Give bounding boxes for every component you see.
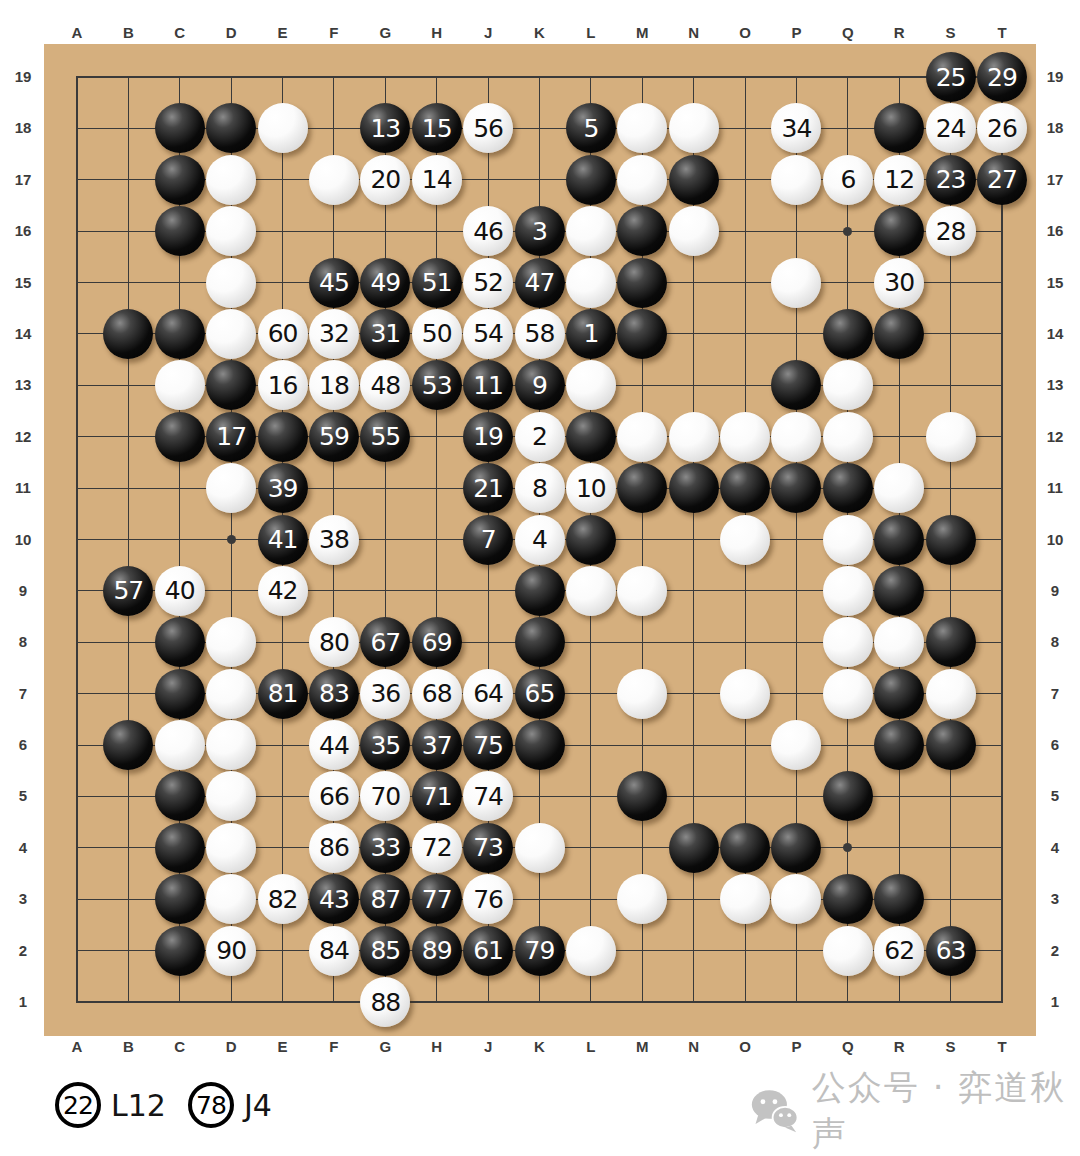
stone-G6: 35 [360, 720, 410, 770]
col-label-top-A: A [60, 24, 94, 42]
stone-K14: 58 [515, 309, 565, 359]
stone-O4 [720, 823, 770, 873]
move-number: 30 [884, 270, 914, 295]
stone-T17: 27 [977, 155, 1027, 205]
stone-O3 [720, 874, 770, 924]
stone-S17: 23 [926, 155, 976, 205]
stone-P18: 34 [771, 103, 821, 153]
move-number: 52 [473, 270, 503, 295]
stone-H15: 51 [412, 258, 462, 308]
stone-P15 [771, 258, 821, 308]
move-number: 71 [422, 784, 452, 809]
stone-D4 [206, 823, 256, 873]
move-number: 79 [525, 938, 555, 963]
stone-M5 [617, 771, 667, 821]
stone-M15 [617, 258, 667, 308]
row-label-right-12: 12 [1038, 428, 1072, 446]
row-label-right-11: 11 [1038, 479, 1072, 497]
stone-G1: 88 [360, 977, 410, 1027]
stone-P12 [771, 412, 821, 462]
move-number: 5 [583, 116, 598, 141]
move-number: 20 [370, 167, 400, 192]
col-label-bottom-N: N [677, 1038, 711, 1056]
move-number: 86 [319, 835, 349, 860]
col-label-bottom-F: F [317, 1038, 351, 1056]
stone-S12 [926, 412, 976, 462]
move-number: 3 [532, 219, 547, 244]
stone-H13: 53 [412, 360, 462, 410]
row-label-right-16: 16 [1038, 222, 1072, 240]
stone-M7 [617, 669, 667, 719]
stone-H3: 77 [412, 874, 462, 924]
row-label-left-7: 7 [6, 685, 40, 703]
stone-H14: 50 [412, 309, 462, 359]
stone-K10: 4 [515, 515, 565, 565]
col-label-top-O: O [728, 24, 762, 42]
move-number: 13 [370, 116, 400, 141]
col-label-bottom-D: D [214, 1038, 248, 1056]
stone-L2 [566, 926, 616, 976]
row-label-right-19: 19 [1038, 68, 1072, 86]
stone-S6 [926, 720, 976, 770]
stone-J5: 74 [463, 771, 513, 821]
stone-L10 [566, 515, 616, 565]
stone-C2 [155, 926, 205, 976]
move-number: 55 [370, 424, 400, 449]
move-number: 80 [319, 630, 349, 655]
move-number: 73 [473, 835, 503, 860]
col-label-top-F: F [317, 24, 351, 42]
stone-R2: 62 [874, 926, 924, 976]
row-label-left-11: 11 [6, 479, 40, 497]
move-number: 85 [370, 938, 400, 963]
col-label-bottom-E: E [266, 1038, 300, 1056]
move-number: 2 [532, 424, 547, 449]
move-number: 84 [319, 938, 349, 963]
stone-F8: 80 [309, 617, 359, 667]
stone-M12 [617, 412, 667, 462]
row-label-left-5: 5 [6, 787, 40, 805]
row-label-left-14: 14 [6, 325, 40, 343]
stone-K15: 47 [515, 258, 565, 308]
stone-J16: 46 [463, 206, 513, 256]
row-label-right-2: 2 [1038, 942, 1072, 960]
stone-S16: 28 [926, 206, 976, 256]
stone-F17 [309, 155, 359, 205]
move-number: 11 [473, 373, 503, 398]
stone-H5: 71 [412, 771, 462, 821]
stone-G17: 20 [360, 155, 410, 205]
stone-O12 [720, 412, 770, 462]
stone-O11 [720, 463, 770, 513]
stone-G7: 36 [360, 669, 410, 719]
stone-C14 [155, 309, 205, 359]
col-label-top-S: S [934, 24, 968, 42]
move-number: 59 [319, 424, 349, 449]
move-number: 34 [782, 116, 812, 141]
stone-H2: 89 [412, 926, 462, 976]
stone-G4: 33 [360, 823, 410, 873]
stone-P6 [771, 720, 821, 770]
star-point-Q4 [843, 843, 852, 852]
row-label-left-9: 9 [6, 582, 40, 600]
stone-D11 [206, 463, 256, 513]
stone-E3: 82 [258, 874, 308, 924]
row-label-right-18: 18 [1038, 119, 1072, 137]
row-label-left-2: 2 [6, 942, 40, 960]
move-number: 4 [532, 527, 547, 552]
move-number: 40 [165, 578, 195, 603]
move-number: 6 [840, 167, 855, 192]
stone-J13: 11 [463, 360, 513, 410]
stone-G8: 67 [360, 617, 410, 667]
move-number: 41 [268, 527, 298, 552]
stone-C6 [155, 720, 205, 770]
stone-G5: 70 [360, 771, 410, 821]
stone-D12: 17 [206, 412, 256, 462]
stone-D8 [206, 617, 256, 667]
stone-L13 [566, 360, 616, 410]
wechat-icon [750, 1087, 800, 1135]
move-number: 15 [422, 116, 452, 141]
stone-R7 [874, 669, 924, 719]
move-number: 14 [422, 167, 452, 192]
stone-M14 [617, 309, 667, 359]
stone-L17 [566, 155, 616, 205]
stone-N11 [669, 463, 719, 513]
row-label-right-10: 10 [1038, 531, 1072, 549]
stone-G18: 13 [360, 103, 410, 153]
grid-line-h [76, 1001, 1003, 1003]
stone-R8 [874, 617, 924, 667]
stone-D7 [206, 669, 256, 719]
stone-K6 [515, 720, 565, 770]
move-number: 33 [370, 835, 400, 860]
move-number: 88 [370, 990, 400, 1015]
stone-G13: 48 [360, 360, 410, 410]
grid-line-v [1001, 76, 1003, 1003]
col-label-bottom-P: P [779, 1038, 813, 1056]
stone-P17 [771, 155, 821, 205]
move-number: 54 [473, 321, 503, 346]
row-label-left-4: 4 [6, 839, 40, 857]
move-number: 10 [576, 476, 606, 501]
row-label-left-6: 6 [6, 736, 40, 754]
stone-C16 [155, 206, 205, 256]
stone-M17 [617, 155, 667, 205]
stone-R6 [874, 720, 924, 770]
stone-E11: 39 [258, 463, 308, 513]
move-number: 53 [422, 373, 452, 398]
col-label-bottom-Q: Q [831, 1038, 865, 1056]
move-number: 28 [936, 219, 966, 244]
stone-Q17: 6 [823, 155, 873, 205]
stone-B6 [103, 720, 153, 770]
stone-L18: 5 [566, 103, 616, 153]
go-board: 2529131556534242620146122327463284549515… [44, 44, 1036, 1036]
col-label-bottom-K: K [523, 1038, 557, 1056]
col-label-bottom-H: H [420, 1038, 454, 1056]
stone-L16 [566, 206, 616, 256]
move-number: 29 [987, 65, 1017, 90]
stone-Q7 [823, 669, 873, 719]
stone-O10 [720, 515, 770, 565]
stone-N17 [669, 155, 719, 205]
annotation-circle-move-22: 22 [55, 1082, 101, 1128]
move-number: 90 [216, 938, 246, 963]
move-annotations: 22L1278J4 [55, 1081, 294, 1129]
move-number: 68 [422, 681, 452, 706]
row-label-right-7: 7 [1038, 685, 1072, 703]
stone-K16: 3 [515, 206, 565, 256]
stone-G3: 87 [360, 874, 410, 924]
stone-P11 [771, 463, 821, 513]
stone-C4 [155, 823, 205, 873]
row-label-left-18: 18 [6, 119, 40, 137]
stone-F5: 66 [309, 771, 359, 821]
stone-H4: 72 [412, 823, 462, 873]
move-number: 12 [884, 167, 914, 192]
move-number: 39 [268, 476, 298, 501]
stone-Q10 [823, 515, 873, 565]
move-number: 89 [422, 938, 452, 963]
move-number: 35 [370, 733, 400, 758]
stone-D13 [206, 360, 256, 410]
col-label-top-M: M [625, 24, 659, 42]
stone-M16 [617, 206, 667, 256]
stone-Q3 [823, 874, 873, 924]
stone-L11: 10 [566, 463, 616, 513]
stone-P4 [771, 823, 821, 873]
stone-C12 [155, 412, 205, 462]
move-number: 69 [422, 630, 452, 655]
stone-H8: 69 [412, 617, 462, 667]
stone-J15: 52 [463, 258, 513, 308]
move-number: 24 [936, 116, 966, 141]
move-number: 38 [319, 527, 349, 552]
stone-E14: 60 [258, 309, 308, 359]
stone-H6: 37 [412, 720, 462, 770]
stone-R14 [874, 309, 924, 359]
stone-M9 [617, 566, 667, 616]
move-number: 46 [473, 219, 503, 244]
move-number: 58 [525, 321, 555, 346]
row-label-right-4: 4 [1038, 839, 1072, 857]
row-label-left-17: 17 [6, 171, 40, 189]
stone-D15 [206, 258, 256, 308]
stone-F6: 44 [309, 720, 359, 770]
row-label-left-19: 19 [6, 68, 40, 86]
stone-C18 [155, 103, 205, 153]
stone-S18: 24 [926, 103, 976, 153]
col-label-bottom-A: A [60, 1038, 94, 1056]
stone-C17 [155, 155, 205, 205]
move-number: 19 [473, 424, 503, 449]
move-number: 18 [319, 373, 349, 398]
stone-S19: 25 [926, 52, 976, 102]
stone-J6: 75 [463, 720, 513, 770]
move-number: 47 [525, 270, 555, 295]
move-number: 37 [422, 733, 452, 758]
stone-R9 [874, 566, 924, 616]
stone-K2: 79 [515, 926, 565, 976]
stone-M18 [617, 103, 667, 153]
stone-C5 [155, 771, 205, 821]
stone-K7: 65 [515, 669, 565, 719]
row-label-right-3: 3 [1038, 890, 1072, 908]
stone-F15: 45 [309, 258, 359, 308]
row-label-right-17: 17 [1038, 171, 1072, 189]
move-number: 42 [268, 578, 298, 603]
move-number: 50 [422, 321, 452, 346]
stone-R3 [874, 874, 924, 924]
col-label-bottom-C: C [163, 1038, 197, 1056]
move-number: 56 [473, 116, 503, 141]
move-number: 63 [936, 938, 966, 963]
stone-T18: 26 [977, 103, 1027, 153]
row-label-left-3: 3 [6, 890, 40, 908]
stone-T19: 29 [977, 52, 1027, 102]
col-label-bottom-R: R [882, 1038, 916, 1056]
stone-J7: 64 [463, 669, 513, 719]
stone-F12: 59 [309, 412, 359, 462]
row-label-left-16: 16 [6, 222, 40, 240]
stone-J12: 19 [463, 412, 513, 462]
stone-F13: 18 [309, 360, 359, 410]
stone-L15 [566, 258, 616, 308]
stone-H7: 68 [412, 669, 462, 719]
stone-L9 [566, 566, 616, 616]
move-number: 36 [370, 681, 400, 706]
col-label-bottom-M: M [625, 1038, 659, 1056]
stone-D14 [206, 309, 256, 359]
stone-Q5 [823, 771, 873, 821]
move-number: 49 [370, 270, 400, 295]
move-number: 8 [532, 476, 547, 501]
stone-L12 [566, 412, 616, 462]
stone-F14: 32 [309, 309, 359, 359]
col-label-bottom-L: L [574, 1038, 608, 1056]
col-label-bottom-T: T [985, 1038, 1019, 1056]
move-number: 31 [370, 321, 400, 346]
col-label-top-P: P [779, 24, 813, 42]
stone-K4 [515, 823, 565, 873]
stone-E9: 42 [258, 566, 308, 616]
stone-N4 [669, 823, 719, 873]
col-label-top-Q: Q [831, 24, 865, 42]
stone-M11 [617, 463, 667, 513]
move-number: 51 [422, 270, 452, 295]
stone-E18 [258, 103, 308, 153]
stone-C8 [155, 617, 205, 667]
move-number: 74 [473, 784, 503, 809]
stone-P13 [771, 360, 821, 410]
row-label-left-1: 1 [6, 993, 40, 1011]
wechat-watermark: 公众号 · 弈道秋声 [750, 1086, 1080, 1136]
stone-F10: 38 [309, 515, 359, 565]
stone-K8 [515, 617, 565, 667]
stone-S7 [926, 669, 976, 719]
watermark-text: 公众号 · 弈道秋声 [812, 1065, 1080, 1156]
stone-J10: 7 [463, 515, 513, 565]
stone-R16 [874, 206, 924, 256]
stone-E10: 41 [258, 515, 308, 565]
stone-R18 [874, 103, 924, 153]
stone-F4: 86 [309, 823, 359, 873]
go-kifu-page: 2529131556534242620146122327463284549515… [0, 0, 1080, 1156]
stone-N18 [669, 103, 719, 153]
move-number: 17 [216, 424, 246, 449]
move-number: 26 [987, 116, 1017, 141]
col-label-top-J: J [471, 24, 505, 42]
stone-S10 [926, 515, 976, 565]
move-number: 44 [319, 733, 349, 758]
stone-S2: 63 [926, 926, 976, 976]
row-label-right-9: 9 [1038, 582, 1072, 600]
move-number: 76 [473, 887, 503, 912]
move-number: 57 [113, 578, 143, 603]
stone-J2: 61 [463, 926, 513, 976]
stone-E7: 81 [258, 669, 308, 719]
stone-P3 [771, 874, 821, 924]
move-number: 77 [422, 887, 452, 912]
row-label-left-13: 13 [6, 376, 40, 394]
move-number: 16 [268, 373, 298, 398]
stone-D2: 90 [206, 926, 256, 976]
stone-R15: 30 [874, 258, 924, 308]
col-label-top-H: H [420, 24, 454, 42]
move-number: 75 [473, 733, 503, 758]
col-label-bottom-B: B [111, 1038, 145, 1056]
stone-D3 [206, 874, 256, 924]
row-label-right-8: 8 [1038, 633, 1072, 651]
col-label-top-T: T [985, 24, 1019, 42]
move-number: 43 [319, 887, 349, 912]
star-point-D10 [227, 535, 236, 544]
stone-R10 [874, 515, 924, 565]
col-label-top-N: N [677, 24, 711, 42]
stone-E13: 16 [258, 360, 308, 410]
move-number: 72 [422, 835, 452, 860]
row-label-left-8: 8 [6, 633, 40, 651]
row-label-right-14: 14 [1038, 325, 1072, 343]
stone-G2: 85 [360, 926, 410, 976]
stone-D16 [206, 206, 256, 256]
stone-F7: 83 [309, 669, 359, 719]
move-number: 61 [473, 938, 503, 963]
row-label-right-13: 13 [1038, 376, 1072, 394]
col-label-top-D: D [214, 24, 248, 42]
stone-G14: 31 [360, 309, 410, 359]
stone-M3 [617, 874, 667, 924]
stone-Q13 [823, 360, 873, 410]
row-label-right-15: 15 [1038, 274, 1072, 292]
stone-J14: 54 [463, 309, 513, 359]
stone-Q9 [823, 566, 873, 616]
stone-C13 [155, 360, 205, 410]
move-number: 21 [473, 476, 503, 501]
col-label-top-K: K [523, 24, 557, 42]
move-number: 81 [268, 681, 298, 706]
stone-E12 [258, 412, 308, 462]
move-number: 45 [319, 270, 349, 295]
row-label-left-10: 10 [6, 531, 40, 549]
stone-H17: 14 [412, 155, 462, 205]
col-label-top-B: B [111, 24, 145, 42]
move-number: 83 [319, 681, 349, 706]
move-number: 62 [884, 938, 914, 963]
col-label-top-L: L [574, 24, 608, 42]
